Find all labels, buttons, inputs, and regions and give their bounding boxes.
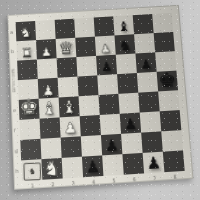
chess-piece-bb-a6: ♝ <box>113 15 134 35</box>
file-label-e: e <box>13 108 16 113</box>
rank-label-4: 4 <box>92 179 96 184</box>
file-label-f: f <box>14 128 16 133</box>
rank-label-3: 3 <box>71 180 75 185</box>
rank-label-8: 8 <box>173 174 177 179</box>
rank-label-7: 7 <box>153 175 157 180</box>
corner-logo: ♞ <box>24 163 41 181</box>
file-label-a: a <box>10 29 13 34</box>
chess-piece-bp-h4: ♟ <box>82 155 104 177</box>
photo-background: ♞♝♜♟♛♟♞♟♟♟♚♚♝♝♟♟♟♞♟♟ 12345678 abcdefgh S… <box>0 0 200 200</box>
file-label-b: b <box>11 49 14 54</box>
chess-piece-bp-h7: ♟ <box>143 152 165 174</box>
rank-label-2: 2 <box>51 182 55 187</box>
chess-piece-wp-b2: ♟ <box>36 39 57 59</box>
chess-piece-bp-c7: ♟ <box>135 52 156 73</box>
brand-text: SBGLSBA <box>10 69 16 90</box>
chess-piece-wk-e1: ♚ <box>19 99 40 120</box>
chess-piece-wn-a1: ♞ <box>16 21 36 41</box>
chess-piece-wb-e2: ♝ <box>39 97 60 118</box>
chess-piece-wr-b1: ♜ <box>16 40 37 61</box>
board-border: ♞♝♜♟♛♟♞♟♟♟♚♚♝♝♟♟♟♞♟♟ 12345678 abcdefgh S… <box>7 5 193 190</box>
chess-piece-bp-f6: ♟ <box>120 113 141 134</box>
file-label-g: g <box>15 148 18 153</box>
rank-label-1: 1 <box>31 183 34 188</box>
chess-piece-wn-h2: ♞ <box>41 158 62 180</box>
chess-piece-bn-b6: ♞ <box>114 34 135 54</box>
chess-board: ♞♝♜♟♛♟♞♟♟♟♚♚♝♝♟♟♟♞♟♟ 12345678 abcdefgh S… <box>7 5 193 190</box>
chess-piece-bp-c5: ♟ <box>96 55 117 76</box>
rank-label-6: 6 <box>132 177 136 182</box>
rank-label-5: 5 <box>112 178 116 183</box>
chess-piece-wp-d2: ♟ <box>38 78 59 99</box>
chess-piece-wp-b5: ♟ <box>95 35 116 55</box>
chess-piece-bp-g5: ♟ <box>101 134 122 156</box>
chess-piece-bk-d8: ♚ <box>157 71 178 92</box>
chess-piece-wb-e3: ♝ <box>59 96 80 117</box>
knight-emblem-icon: ♞ <box>28 167 36 176</box>
pieces-layer: ♞♝♜♟♛♟♞♟♟♟♚♚♝♝♟♟♟♞♟♟ <box>16 13 185 181</box>
file-label-h: h <box>15 168 18 173</box>
chess-piece-wq-b3: ♛ <box>56 38 77 58</box>
chess-piece-wp-f3: ♟ <box>60 116 81 137</box>
